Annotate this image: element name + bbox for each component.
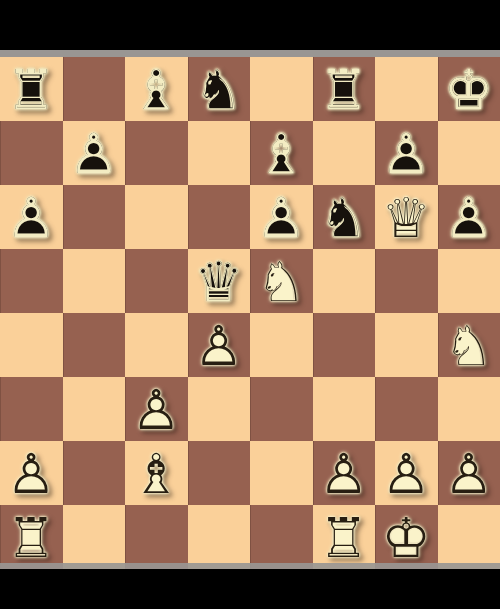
white-pawn-h2[interactable]: ♟♙ [438, 441, 500, 505]
white-pawn-glyph-outline: ♙ [188, 313, 251, 377]
square-e5[interactable]: ♞♘ [250, 249, 313, 313]
square-h2[interactable]: ♟♙ [438, 441, 500, 505]
black-bishop-e7[interactable]: ♝♗ [250, 121, 313, 185]
square-c1[interactable] [125, 505, 188, 569]
square-a3[interactable] [0, 377, 63, 441]
white-pawn-glyph-outline: ♙ [438, 441, 500, 505]
black-rook-f8[interactable]: ♜♖ [313, 57, 376, 121]
white-rook-f1[interactable]: ♜♖ [313, 505, 376, 569]
black-knight-glyph-outline: ♘ [188, 57, 251, 121]
square-g1[interactable]: ♚♔ [375, 505, 438, 569]
white-pawn-glyph-outline: ♙ [0, 441, 63, 505]
white-pawn-d4[interactable]: ♟♙ [188, 313, 251, 377]
black-pawn-a6[interactable]: ♟♙ [0, 185, 63, 249]
square-d2[interactable] [188, 441, 251, 505]
chess-app-screen: ♜♖♝♗♞♘♜♖♚♔♟♙♝♗♟♙♟♙♟♙♞♘♛♕♟♙♛♕♞♘♟♙♞♘♟♙♟♙♝♗… [0, 0, 500, 609]
black-pawn-h6[interactable]: ♟♙ [438, 185, 500, 249]
square-e2[interactable] [250, 441, 313, 505]
square-e4[interactable] [250, 313, 313, 377]
square-d4[interactable]: ♟♙ [188, 313, 251, 377]
square-f8[interactable]: ♜♖ [313, 57, 376, 121]
chess-board: ♜♖♝♗♞♘♜♖♚♔♟♙♝♗♟♙♟♙♟♙♞♘♛♕♟♙♛♕♞♘♟♙♞♘♟♙♟♙♝♗… [0, 57, 500, 569]
square-h8[interactable]: ♚♔ [438, 57, 500, 121]
white-pawn-c3[interactable]: ♟♙ [125, 377, 188, 441]
black-pawn-glyph-outline: ♙ [375, 121, 438, 185]
black-bishop-glyph-outline: ♗ [250, 121, 313, 185]
black-pawn-b7[interactable]: ♟♙ [63, 121, 126, 185]
square-f1[interactable]: ♜♖ [313, 505, 376, 569]
white-knight-h4[interactable]: ♞♘ [438, 313, 500, 377]
square-a5[interactable] [0, 249, 63, 313]
square-b3[interactable] [63, 377, 126, 441]
square-d5[interactable]: ♛♕ [188, 249, 251, 313]
white-king-glyph-outline: ♔ [375, 505, 438, 569]
white-knight-glyph-outline: ♘ [250, 249, 313, 313]
square-g4[interactable] [375, 313, 438, 377]
white-pawn-g2[interactable]: ♟♙ [375, 441, 438, 505]
white-rook-glyph-outline: ♖ [0, 505, 63, 569]
square-b2[interactable] [63, 441, 126, 505]
square-a2[interactable]: ♟♙ [0, 441, 63, 505]
square-e3[interactable] [250, 377, 313, 441]
black-rook-glyph-outline: ♖ [0, 57, 63, 121]
black-king-glyph-outline: ♔ [438, 57, 500, 121]
square-c4[interactable] [125, 313, 188, 377]
square-a1[interactable]: ♜♖ [0, 505, 63, 569]
white-pawn-glyph-outline: ♙ [375, 441, 438, 505]
white-queen-g6[interactable]: ♛♕ [375, 185, 438, 249]
black-pawn-glyph-outline: ♙ [0, 185, 63, 249]
black-pawn-glyph-outline: ♙ [438, 185, 500, 249]
white-rook-a1[interactable]: ♜♖ [0, 505, 63, 569]
square-d7[interactable] [188, 121, 251, 185]
square-f6[interactable]: ♞♘ [313, 185, 376, 249]
black-queen-glyph-outline: ♕ [188, 249, 251, 313]
square-c3[interactable]: ♟♙ [125, 377, 188, 441]
square-d1[interactable] [188, 505, 251, 569]
square-g6[interactable]: ♛♕ [375, 185, 438, 249]
square-f4[interactable] [313, 313, 376, 377]
white-knight-e5[interactable]: ♞♘ [250, 249, 313, 313]
black-bishop-c8[interactable]: ♝♗ [125, 57, 188, 121]
white-bishop-c2[interactable]: ♝♗ [125, 441, 188, 505]
white-pawn-f2[interactable]: ♟♙ [313, 441, 376, 505]
white-pawn-glyph-outline: ♙ [313, 441, 376, 505]
square-g3[interactable] [375, 377, 438, 441]
square-a4[interactable] [0, 313, 63, 377]
square-f2[interactable]: ♟♙ [313, 441, 376, 505]
square-e8[interactable] [250, 57, 313, 121]
square-h6[interactable]: ♟♙ [438, 185, 500, 249]
square-h1[interactable] [438, 505, 500, 569]
black-rook-a8[interactable]: ♜♖ [0, 57, 63, 121]
square-g7[interactable]: ♟♙ [375, 121, 438, 185]
black-knight-f6[interactable]: ♞♘ [313, 185, 376, 249]
square-e6[interactable]: ♟♙ [250, 185, 313, 249]
square-h5[interactable] [438, 249, 500, 313]
black-pawn-g7[interactable]: ♟♙ [375, 121, 438, 185]
board-edge-strip-top [0, 50, 500, 57]
black-rook-glyph-outline: ♖ [313, 57, 376, 121]
black-pawn-glyph-outline: ♙ [63, 121, 126, 185]
square-e7[interactable]: ♝♗ [250, 121, 313, 185]
white-bishop-glyph-outline: ♗ [125, 441, 188, 505]
square-d6[interactable] [188, 185, 251, 249]
white-knight-glyph-outline: ♘ [438, 313, 500, 377]
black-queen-d5[interactable]: ♛♕ [188, 249, 251, 313]
square-c2[interactable]: ♝♗ [125, 441, 188, 505]
board-edge-strip-bottom [0, 563, 500, 569]
white-king-g1[interactable]: ♚♔ [375, 505, 438, 569]
square-b7[interactable]: ♟♙ [63, 121, 126, 185]
square-d8[interactable]: ♞♘ [188, 57, 251, 121]
square-f7[interactable] [313, 121, 376, 185]
square-d3[interactable] [188, 377, 251, 441]
square-h3[interactable] [438, 377, 500, 441]
white-rook-glyph-outline: ♖ [313, 505, 376, 569]
square-f3[interactable] [313, 377, 376, 441]
square-a8[interactable]: ♜♖ [0, 57, 63, 121]
white-pawn-glyph-outline: ♙ [125, 377, 188, 441]
white-queen-glyph-outline: ♕ [375, 185, 438, 249]
black-pawn-e6[interactable]: ♟♙ [250, 185, 313, 249]
black-knight-glyph-outline: ♘ [313, 185, 376, 249]
square-a7[interactable] [0, 121, 63, 185]
square-b6[interactable] [63, 185, 126, 249]
black-king-h8[interactable]: ♚♔ [438, 57, 500, 121]
black-bishop-glyph-outline: ♗ [125, 57, 188, 121]
square-c6[interactable] [125, 185, 188, 249]
square-a6[interactable]: ♟♙ [0, 185, 63, 249]
square-b5[interactable] [63, 249, 126, 313]
square-h4[interactable]: ♞♘ [438, 313, 500, 377]
square-c7[interactable] [125, 121, 188, 185]
square-g2[interactable]: ♟♙ [375, 441, 438, 505]
square-b8[interactable] [63, 57, 126, 121]
black-pawn-glyph-outline: ♙ [250, 185, 313, 249]
square-g8[interactable] [375, 57, 438, 121]
square-c8[interactable]: ♝♗ [125, 57, 188, 121]
square-g5[interactable] [375, 249, 438, 313]
square-b1[interactable] [63, 505, 126, 569]
square-e1[interactable] [250, 505, 313, 569]
white-pawn-a2[interactable]: ♟♙ [0, 441, 63, 505]
black-knight-d8[interactable]: ♞♘ [188, 57, 251, 121]
square-f5[interactable] [313, 249, 376, 313]
square-b4[interactable] [63, 313, 126, 377]
square-c5[interactable] [125, 249, 188, 313]
square-h7[interactable] [438, 121, 500, 185]
